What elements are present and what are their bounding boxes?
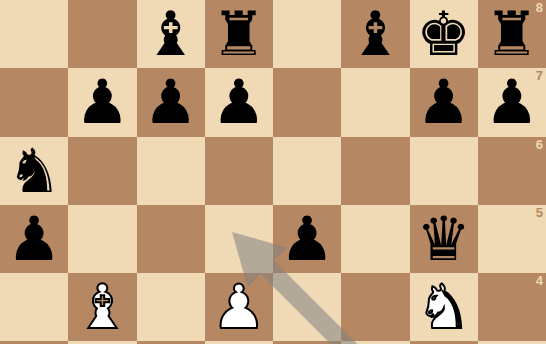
square-a5[interactable]: ♟ (0, 205, 68, 273)
square-f5[interactable] (341, 205, 409, 273)
black-bishop[interactable]: ♝ (348, 0, 403, 68)
rank-label-5: 5 (536, 206, 543, 220)
black-queen[interactable]: ♛ (416, 205, 471, 273)
square-b4[interactable]: ♝ (68, 273, 136, 341)
square-g7[interactable]: ♟ (410, 68, 478, 136)
square-c5[interactable] (137, 205, 205, 273)
square-f6[interactable] (341, 137, 409, 205)
black-pawn[interactable]: ♟ (485, 68, 540, 136)
black-pawn[interactable]: ♟ (212, 68, 267, 136)
black-pawn[interactable]: ♟ (416, 68, 471, 136)
chess-board: ♝♜♝♚♜8♟♟♟♟♟7♞6♟♟♛5♝♟♞4 (0, 0, 546, 344)
white-knight[interactable]: ♞ (416, 273, 471, 341)
square-b8[interactable] (68, 0, 136, 68)
square-c8[interactable]: ♝ (137, 0, 205, 68)
rank-label-7: 7 (536, 69, 543, 83)
black-pawn[interactable]: ♟ (7, 205, 62, 273)
square-g8[interactable]: ♚ (410, 0, 478, 68)
square-a6[interactable]: ♞ (0, 137, 68, 205)
square-a4[interactable] (0, 273, 68, 341)
black-king[interactable]: ♚ (416, 0, 471, 68)
square-h4[interactable]: 4 (478, 273, 546, 341)
black-rook[interactable]: ♜ (485, 0, 540, 68)
square-f8[interactable]: ♝ (341, 0, 409, 68)
square-h7[interactable]: ♟7 (478, 68, 546, 136)
square-d7[interactable]: ♟ (205, 68, 273, 136)
square-e8[interactable] (273, 0, 341, 68)
black-rook[interactable]: ♜ (212, 0, 267, 68)
rank-label-4: 4 (536, 274, 543, 288)
square-h6[interactable]: 6 (478, 137, 546, 205)
square-h8[interactable]: ♜8 (478, 0, 546, 68)
square-g5[interactable]: ♛ (410, 205, 478, 273)
square-d8[interactable]: ♜ (205, 0, 273, 68)
square-c7[interactable]: ♟ (137, 68, 205, 136)
square-b5[interactable] (68, 205, 136, 273)
square-e6[interactable] (273, 137, 341, 205)
square-e7[interactable] (273, 68, 341, 136)
rank-label-8: 8 (536, 1, 543, 15)
white-bishop[interactable]: ♝ (75, 273, 130, 341)
black-pawn[interactable]: ♟ (280, 205, 335, 273)
square-a7[interactable] (0, 68, 68, 136)
square-h5[interactable]: 5 (478, 205, 546, 273)
square-g6[interactable] (410, 137, 478, 205)
square-c4[interactable] (137, 273, 205, 341)
square-d5[interactable] (205, 205, 273, 273)
white-pawn[interactable]: ♟ (212, 273, 267, 341)
board-grid: ♝♜♝♚♜8♟♟♟♟♟7♞6♟♟♛5♝♟♞4 (0, 0, 546, 344)
square-b7[interactable]: ♟ (68, 68, 136, 136)
square-e5[interactable]: ♟ (273, 205, 341, 273)
square-f4[interactable] (341, 273, 409, 341)
rank-label-6: 6 (536, 138, 543, 152)
square-d6[interactable] (205, 137, 273, 205)
black-bishop[interactable]: ♝ (143, 0, 198, 68)
square-e4[interactable] (273, 273, 341, 341)
square-b6[interactable] (68, 137, 136, 205)
black-pawn[interactable]: ♟ (143, 68, 198, 136)
square-g4[interactable]: ♞ (410, 273, 478, 341)
square-f7[interactable] (341, 68, 409, 136)
black-knight[interactable]: ♞ (7, 137, 62, 205)
square-c6[interactable] (137, 137, 205, 205)
square-d4[interactable]: ♟ (205, 273, 273, 341)
square-a8[interactable] (0, 0, 68, 68)
black-pawn[interactable]: ♟ (75, 68, 130, 136)
